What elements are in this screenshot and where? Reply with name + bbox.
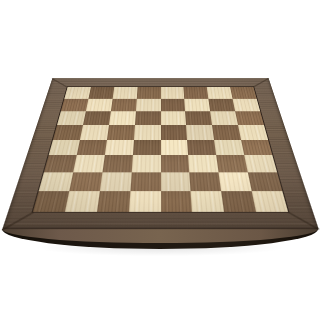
square-f7[interactable] <box>184 99 210 112</box>
square-a8[interactable] <box>64 87 90 99</box>
square-h3[interactable] <box>244 155 277 172</box>
square-h1[interactable] <box>251 191 287 211</box>
square-e8[interactable] <box>160 87 184 99</box>
chess-board <box>2 78 319 229</box>
square-a4[interactable] <box>48 140 79 156</box>
square-g7[interactable] <box>208 99 235 112</box>
square-g6[interactable] <box>210 111 238 125</box>
square-c5[interactable] <box>106 125 134 140</box>
square-c2[interactable] <box>99 172 131 191</box>
square-e3[interactable] <box>160 155 189 172</box>
square-b2[interactable] <box>69 172 102 191</box>
square-b6[interactable] <box>83 111 111 125</box>
square-a1[interactable] <box>33 191 69 211</box>
square-g2[interactable] <box>218 172 251 191</box>
square-a2[interactable] <box>39 172 73 191</box>
square-b4[interactable] <box>76 140 106 156</box>
square-e5[interactable] <box>160 125 187 140</box>
board-field <box>31 87 288 213</box>
square-f2[interactable] <box>189 172 221 191</box>
square-h7[interactable] <box>232 99 259 112</box>
square-b7[interactable] <box>85 99 112 112</box>
square-e6[interactable] <box>160 111 186 125</box>
board-frame <box>2 78 319 229</box>
square-h6[interactable] <box>235 111 264 125</box>
square-c3[interactable] <box>102 155 132 172</box>
square-b5[interactable] <box>80 125 109 140</box>
square-f5[interactable] <box>186 125 214 140</box>
square-a5[interactable] <box>53 125 83 140</box>
square-g5[interactable] <box>212 125 241 140</box>
square-d7[interactable] <box>135 99 160 112</box>
square-d3[interactable] <box>131 155 160 172</box>
square-f6[interactable] <box>185 111 212 125</box>
square-f3[interactable] <box>188 155 218 172</box>
square-g8[interactable] <box>206 87 232 99</box>
square-d6[interactable] <box>134 111 160 125</box>
square-f1[interactable] <box>190 191 223 211</box>
square-h8[interactable] <box>229 87 255 99</box>
square-d2[interactable] <box>130 172 160 191</box>
square-a3[interactable] <box>44 155 77 172</box>
square-c4[interactable] <box>104 140 133 156</box>
square-d1[interactable] <box>128 191 160 211</box>
square-g4[interactable] <box>214 140 244 156</box>
square-g3[interactable] <box>216 155 247 172</box>
square-d4[interactable] <box>132 140 160 156</box>
square-a7[interactable] <box>61 99 88 112</box>
square-h4[interactable] <box>240 140 271 156</box>
square-c1[interactable] <box>96 191 129 211</box>
square-e7[interactable] <box>160 99 185 112</box>
square-d8[interactable] <box>136 87 160 99</box>
square-a6[interactable] <box>57 111 86 125</box>
square-g1[interactable] <box>221 191 256 211</box>
chessboard-product-photo <box>0 0 320 320</box>
square-d5[interactable] <box>133 125 160 140</box>
square-c7[interactable] <box>110 99 136 112</box>
square-b8[interactable] <box>88 87 114 99</box>
square-e1[interactable] <box>160 191 192 211</box>
square-e2[interactable] <box>160 172 190 191</box>
square-e4[interactable] <box>160 140 188 156</box>
square-f8[interactable] <box>183 87 208 99</box>
square-h2[interactable] <box>247 172 281 191</box>
square-c8[interactable] <box>112 87 137 99</box>
square-b3[interactable] <box>73 155 104 172</box>
square-f4[interactable] <box>187 140 216 156</box>
square-h5[interactable] <box>237 125 267 140</box>
square-b1[interactable] <box>65 191 100 211</box>
square-c6[interactable] <box>108 111 135 125</box>
